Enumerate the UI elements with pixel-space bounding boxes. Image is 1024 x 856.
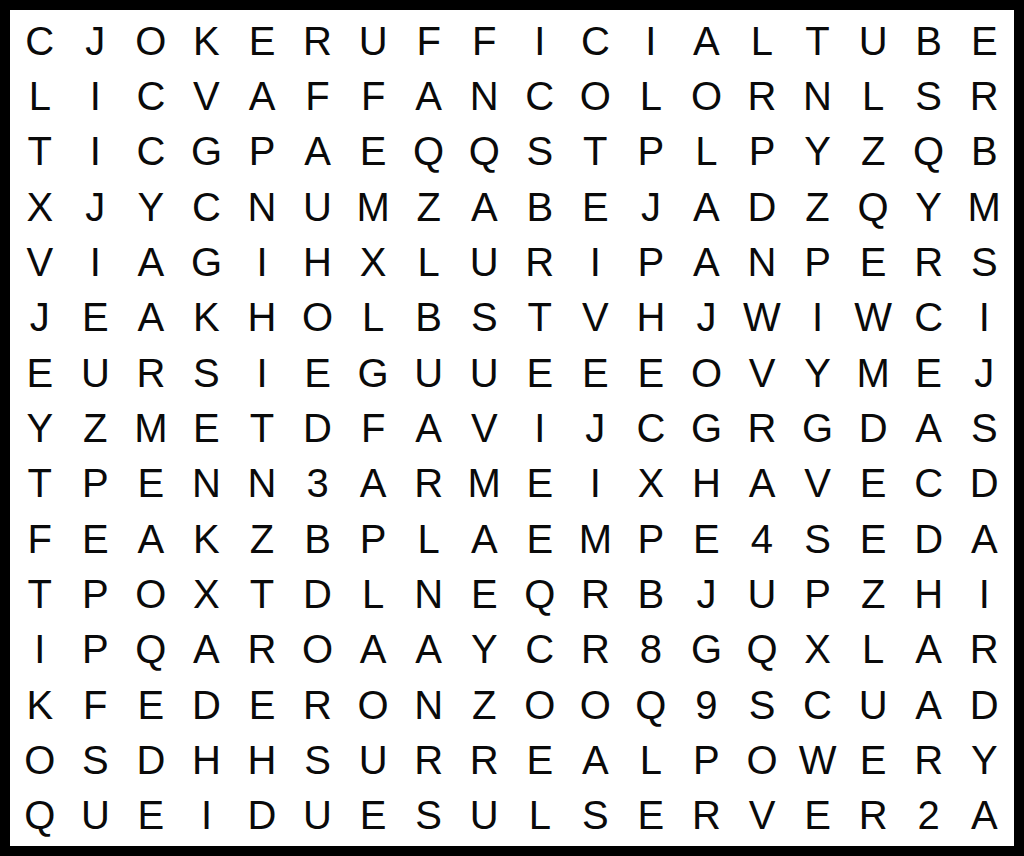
grid-cell[interactable]: J <box>679 566 735 621</box>
grid-cell[interactable]: P <box>623 511 679 566</box>
grid-cell[interactable]: Q <box>456 124 512 179</box>
grid-cell[interactable]: J <box>568 400 624 455</box>
grid-cell[interactable]: S <box>512 124 568 179</box>
grid-cell[interactable]: R <box>290 13 346 68</box>
grid-cell[interactable]: E <box>456 566 512 621</box>
grid-cell[interactable]: L <box>623 732 679 787</box>
grid-cell[interactable]: I <box>68 124 124 179</box>
grid-cell[interactable]: D <box>290 566 346 621</box>
grid-cell[interactable]: G <box>345 345 401 400</box>
grid-cell[interactable]: A <box>123 234 179 289</box>
grid-cell[interactable]: D <box>845 400 901 455</box>
grid-cell[interactable]: O <box>290 290 346 345</box>
grid-cell[interactable]: S <box>179 345 235 400</box>
grid-cell[interactable]: E <box>179 400 235 455</box>
grid-cell[interactable]: S <box>901 68 957 123</box>
grid-cell[interactable]: G <box>679 400 735 455</box>
grid-cell[interactable]: L <box>345 290 401 345</box>
grid-cell[interactable]: V <box>790 456 846 511</box>
grid-cell[interactable]: J <box>956 345 1012 400</box>
grid-cell[interactable]: P <box>234 124 290 179</box>
grid-cell[interactable]: L <box>679 124 735 179</box>
grid-cell[interactable]: A <box>401 68 457 123</box>
grid-cell[interactable]: E <box>123 677 179 732</box>
grid-cell[interactable]: S <box>956 400 1012 455</box>
grid-cell[interactable]: S <box>956 234 1012 289</box>
grid-cell[interactable]: E <box>679 511 735 566</box>
grid-cell[interactable]: R <box>123 345 179 400</box>
grid-cell[interactable]: I <box>12 622 68 677</box>
grid-cell[interactable]: R <box>401 456 457 511</box>
grid-cell[interactable]: R <box>901 234 957 289</box>
grid-cell[interactable]: A <box>679 179 735 234</box>
grid-cell[interactable]: C <box>901 456 957 511</box>
grid-cell[interactable]: I <box>68 68 124 123</box>
grid-cell[interactable]: I <box>956 566 1012 621</box>
grid-cell[interactable]: E <box>568 179 624 234</box>
grid-cell[interactable]: C <box>12 13 68 68</box>
grid-cell[interactable]: Z <box>234 511 290 566</box>
grid-cell[interactable]: O <box>123 566 179 621</box>
grid-cell[interactable]: I <box>568 234 624 289</box>
grid-cell[interactable]: U <box>845 677 901 732</box>
grid-cell[interactable]: D <box>956 677 1012 732</box>
grid-cell[interactable]: 4 <box>734 511 790 566</box>
grid-cell[interactable]: E <box>845 234 901 289</box>
grid-cell[interactable]: H <box>234 290 290 345</box>
grid-cell[interactable]: A <box>679 13 735 68</box>
grid-cell[interactable]: P <box>734 124 790 179</box>
grid-cell[interactable]: A <box>956 788 1012 843</box>
grid-cell[interactable]: O <box>568 677 624 732</box>
grid-cell[interactable]: S <box>68 732 124 787</box>
grid-cell[interactable]: U <box>345 13 401 68</box>
grid-cell[interactable]: R <box>679 788 735 843</box>
grid-cell[interactable]: Y <box>12 400 68 455</box>
grid-cell[interactable]: U <box>456 345 512 400</box>
grid-cell[interactable]: C <box>790 677 846 732</box>
grid-cell[interactable]: A <box>401 622 457 677</box>
grid-cell[interactable]: Q <box>901 124 957 179</box>
grid-cell[interactable]: X <box>345 234 401 289</box>
grid-cell[interactable]: O <box>568 68 624 123</box>
grid-cell[interactable]: G <box>679 622 735 677</box>
grid-cell[interactable]: D <box>901 511 957 566</box>
grid-cell[interactable]: X <box>179 566 235 621</box>
grid-cell[interactable]: L <box>401 511 457 566</box>
grid-cell[interactable]: A <box>956 511 1012 566</box>
grid-cell[interactable]: N <box>179 456 235 511</box>
grid-cell[interactable]: O <box>123 13 179 68</box>
grid-cell[interactable]: P <box>68 456 124 511</box>
grid-cell[interactable]: P <box>623 234 679 289</box>
grid-cell[interactable]: L <box>12 68 68 123</box>
grid-cell[interactable]: O <box>512 677 568 732</box>
grid-cell[interactable]: R <box>234 622 290 677</box>
grid-cell[interactable]: P <box>68 566 124 621</box>
grid-cell[interactable]: B <box>401 290 457 345</box>
grid-cell[interactable]: P <box>679 732 735 787</box>
grid-cell[interactable]: V <box>734 345 790 400</box>
grid-cell[interactable]: R <box>456 732 512 787</box>
grid-cell[interactable]: T <box>512 290 568 345</box>
grid-cell[interactable]: B <box>623 566 679 621</box>
grid-cell[interactable]: H <box>290 234 346 289</box>
grid-cell[interactable]: U <box>456 788 512 843</box>
grid-cell[interactable]: L <box>345 566 401 621</box>
grid-cell[interactable]: Q <box>12 788 68 843</box>
grid-cell[interactable]: R <box>956 68 1012 123</box>
grid-cell[interactable]: S <box>734 677 790 732</box>
grid-cell[interactable]: E <box>512 456 568 511</box>
grid-cell[interactable]: S <box>290 732 346 787</box>
grid-cell[interactable]: R <box>901 732 957 787</box>
grid-cell[interactable]: P <box>790 234 846 289</box>
grid-cell[interactable]: T <box>790 13 846 68</box>
grid-cell[interactable]: N <box>456 68 512 123</box>
grid-cell[interactable]: E <box>623 345 679 400</box>
grid-cell[interactable]: B <box>956 124 1012 179</box>
grid-cell[interactable]: J <box>68 179 124 234</box>
grid-cell[interactable]: J <box>68 13 124 68</box>
grid-cell[interactable]: A <box>456 511 512 566</box>
grid-cell[interactable]: O <box>345 677 401 732</box>
grid-cell[interactable]: A <box>901 677 957 732</box>
grid-cell[interactable]: W <box>734 290 790 345</box>
grid-cell[interactable]: E <box>68 290 124 345</box>
grid-cell[interactable]: U <box>68 788 124 843</box>
grid-cell[interactable]: E <box>234 13 290 68</box>
grid-cell[interactable]: Z <box>845 566 901 621</box>
grid-cell[interactable]: R <box>956 622 1012 677</box>
grid-cell[interactable]: C <box>179 179 235 234</box>
grid-cell[interactable]: E <box>512 732 568 787</box>
grid-cell[interactable]: H <box>623 290 679 345</box>
grid-cell[interactable]: C <box>512 68 568 123</box>
grid-cell[interactable]: U <box>456 234 512 289</box>
grid-cell[interactable]: J <box>623 179 679 234</box>
grid-cell[interactable]: M <box>123 400 179 455</box>
grid-cell[interactable]: M <box>568 511 624 566</box>
grid-cell[interactable]: S <box>401 788 457 843</box>
grid-cell[interactable]: L <box>845 622 901 677</box>
grid-cell[interactable]: K <box>179 13 235 68</box>
grid-cell[interactable]: R <box>512 234 568 289</box>
grid-cell[interactable]: V <box>456 400 512 455</box>
grid-cell[interactable]: J <box>12 290 68 345</box>
grid-cell[interactable]: I <box>623 13 679 68</box>
grid-cell[interactable]: R <box>568 566 624 621</box>
grid-cell[interactable]: U <box>845 13 901 68</box>
grid-cell[interactable]: I <box>179 788 235 843</box>
grid-cell[interactable]: H <box>901 566 957 621</box>
grid-cell[interactable]: M <box>345 179 401 234</box>
grid-cell[interactable]: D <box>179 677 235 732</box>
grid-cell[interactable]: O <box>12 732 68 787</box>
grid-cell[interactable]: B <box>290 511 346 566</box>
grid-cell[interactable]: L <box>734 13 790 68</box>
grid-cell[interactable]: O <box>679 68 735 123</box>
grid-cell[interactable]: F <box>12 511 68 566</box>
grid-cell[interactable]: G <box>179 124 235 179</box>
grid-cell[interactable]: Q <box>734 622 790 677</box>
grid-cell[interactable]: F <box>68 677 124 732</box>
grid-cell[interactable]: D <box>123 732 179 787</box>
grid-cell[interactable]: E <box>234 677 290 732</box>
grid-cell[interactable]: Q <box>512 566 568 621</box>
grid-cell[interactable]: N <box>790 68 846 123</box>
grid-cell[interactable]: U <box>345 732 401 787</box>
grid-cell[interactable]: Z <box>68 400 124 455</box>
grid-cell[interactable]: S <box>568 788 624 843</box>
grid-cell[interactable]: C <box>623 400 679 455</box>
grid-cell[interactable]: R <box>845 788 901 843</box>
grid-cell[interactable]: T <box>234 400 290 455</box>
grid-cell[interactable]: U <box>290 179 346 234</box>
grid-cell[interactable]: L <box>623 68 679 123</box>
grid-cell[interactable]: I <box>790 290 846 345</box>
grid-cell[interactable]: J <box>679 290 735 345</box>
grid-cell[interactable]: 9 <box>679 677 735 732</box>
grid-cell[interactable]: Q <box>123 622 179 677</box>
grid-cell[interactable]: F <box>345 68 401 123</box>
grid-cell[interactable]: P <box>790 566 846 621</box>
grid-cell[interactable]: W <box>845 290 901 345</box>
grid-cell[interactable]: B <box>901 13 957 68</box>
grid-cell[interactable]: Y <box>956 732 1012 787</box>
grid-cell[interactable]: F <box>401 13 457 68</box>
grid-cell[interactable]: Y <box>123 179 179 234</box>
grid-cell[interactable]: E <box>345 788 401 843</box>
grid-cell[interactable]: K <box>179 511 235 566</box>
grid-cell[interactable]: M <box>845 345 901 400</box>
grid-cell[interactable]: I <box>68 234 124 289</box>
grid-cell[interactable]: S <box>790 511 846 566</box>
grid-cell[interactable]: U <box>401 345 457 400</box>
grid-cell[interactable]: E <box>901 345 957 400</box>
grid-cell[interactable]: R <box>568 622 624 677</box>
grid-cell[interactable]: A <box>123 290 179 345</box>
grid-cell[interactable]: R <box>290 677 346 732</box>
grid-cell[interactable]: E <box>345 124 401 179</box>
grid-cell[interactable]: E <box>68 511 124 566</box>
grid-cell[interactable]: I <box>568 456 624 511</box>
grid-cell[interactable]: C <box>123 124 179 179</box>
word-search-board: CJOKERUFFICIALTUBELICVAFFANCOLORNLSRTICG… <box>0 0 1024 856</box>
grid-cell[interactable]: O <box>734 732 790 787</box>
grid-cell[interactable]: T <box>12 124 68 179</box>
grid-cell[interactable]: Q <box>845 179 901 234</box>
grid-cell[interactable]: Z <box>790 179 846 234</box>
grid-cell[interactable]: D <box>734 179 790 234</box>
grid-cell[interactable]: N <box>234 179 290 234</box>
grid-cell[interactable]: Q <box>401 124 457 179</box>
grid-cell[interactable]: N <box>401 566 457 621</box>
grid-cell[interactable]: Y <box>901 179 957 234</box>
grid-cell[interactable]: U <box>734 566 790 621</box>
grid-cell[interactable]: L <box>512 788 568 843</box>
grid-cell[interactable]: E <box>290 345 346 400</box>
grid-cell[interactable]: V <box>12 234 68 289</box>
grid-cell[interactable]: A <box>679 234 735 289</box>
grid-cell[interactable]: M <box>956 179 1012 234</box>
grid-cell[interactable]: C <box>901 290 957 345</box>
grid-cell[interactable]: A <box>234 68 290 123</box>
grid-cell[interactable]: E <box>845 511 901 566</box>
grid-cell[interactable]: R <box>734 68 790 123</box>
grid-cell[interactable]: C <box>123 68 179 123</box>
grid-cell[interactable]: S <box>456 290 512 345</box>
grid-cell[interactable]: O <box>679 345 735 400</box>
grid-cell[interactable]: E <box>845 456 901 511</box>
grid-cell[interactable]: F <box>345 400 401 455</box>
grid-cell[interactable]: X <box>12 179 68 234</box>
grid-cell[interactable]: P <box>623 124 679 179</box>
grid-cell[interactable]: 2 <box>901 788 957 843</box>
grid-cell[interactable]: Y <box>790 345 846 400</box>
grid-cell[interactable]: E <box>623 788 679 843</box>
grid-cell[interactable]: E <box>512 345 568 400</box>
grid-cell[interactable]: E <box>123 788 179 843</box>
grid-cell[interactable]: A <box>345 622 401 677</box>
grid-cell[interactable]: R <box>401 732 457 787</box>
grid-cell[interactable]: A <box>901 622 957 677</box>
grid-cell[interactable]: Z <box>845 124 901 179</box>
grid-cell[interactable]: L <box>845 68 901 123</box>
grid-cell[interactable]: V <box>568 290 624 345</box>
grid-cell[interactable]: M <box>456 456 512 511</box>
grid-cell[interactable]: G <box>179 234 235 289</box>
grid-cell[interactable]: A <box>290 124 346 179</box>
grid-cell[interactable]: A <box>456 179 512 234</box>
grid-cell[interactable]: Y <box>456 622 512 677</box>
grid-cell[interactable]: H <box>679 456 735 511</box>
grid-cell[interactable]: U <box>68 345 124 400</box>
grid-cell[interactable]: E <box>790 788 846 843</box>
grid-cell[interactable]: K <box>179 290 235 345</box>
grid-cell[interactable]: D <box>234 788 290 843</box>
grid-cell[interactable]: Q <box>623 677 679 732</box>
grid-cell[interactable]: T <box>12 456 68 511</box>
grid-cell[interactable]: N <box>734 234 790 289</box>
grid-cell[interactable]: E <box>12 345 68 400</box>
grid-cell[interactable]: D <box>290 400 346 455</box>
grid-cell[interactable]: O <box>290 622 346 677</box>
grid-cell[interactable]: E <box>123 456 179 511</box>
grid-cell[interactable]: E <box>512 511 568 566</box>
grid-cell[interactable]: A <box>123 511 179 566</box>
grid-cell[interactable]: H <box>179 732 235 787</box>
grid-cell[interactable]: A <box>179 622 235 677</box>
grid-cell[interactable]: H <box>234 732 290 787</box>
grid-cell[interactable]: T <box>568 124 624 179</box>
grid-cell[interactable]: P <box>68 622 124 677</box>
grid-cell[interactable]: V <box>734 788 790 843</box>
grid-cell[interactable]: I <box>512 400 568 455</box>
grid-cell[interactable]: I <box>956 290 1012 345</box>
grid-cell[interactable]: V <box>179 68 235 123</box>
grid-cell[interactable]: F <box>456 13 512 68</box>
grid-cell[interactable]: A <box>901 400 957 455</box>
grid-cell[interactable]: N <box>401 677 457 732</box>
grid-cell[interactable]: F <box>290 68 346 123</box>
grid-cell[interactable]: I <box>234 234 290 289</box>
grid-cell[interactable]: B <box>512 179 568 234</box>
grid-cell[interactable]: E <box>956 13 1012 68</box>
grid-cell[interactable]: 8 <box>623 622 679 677</box>
grid-cell[interactable]: Y <box>790 124 846 179</box>
grid-cell[interactable]: C <box>512 622 568 677</box>
grid-cell[interactable]: I <box>234 345 290 400</box>
grid-cell[interactable]: X <box>623 456 679 511</box>
grid-cell[interactable]: I <box>512 13 568 68</box>
grid-cell[interactable]: E <box>568 345 624 400</box>
grid-cell[interactable]: G <box>790 400 846 455</box>
grid-cell[interactable]: K <box>12 677 68 732</box>
grid-cell[interactable]: Z <box>456 677 512 732</box>
grid-cell[interactable]: A <box>401 400 457 455</box>
grid-cell[interactable]: X <box>790 622 846 677</box>
grid-cell[interactable]: T <box>234 566 290 621</box>
grid-cell[interactable]: U <box>290 788 346 843</box>
grid-cell[interactable]: N <box>234 456 290 511</box>
grid-cell[interactable]: A <box>568 732 624 787</box>
grid-cell[interactable]: W <box>790 732 846 787</box>
grid-cell[interactable]: D <box>956 456 1012 511</box>
grid-cell[interactable]: P <box>345 511 401 566</box>
grid-cell[interactable]: 3 <box>290 456 346 511</box>
grid-cell[interactable]: R <box>734 400 790 455</box>
grid-cell[interactable]: C <box>568 13 624 68</box>
grid-cell[interactable]: A <box>345 456 401 511</box>
grid-cell[interactable]: T <box>12 566 68 621</box>
grid-cell[interactable]: A <box>734 456 790 511</box>
grid-cell[interactable]: L <box>401 234 457 289</box>
grid-cell[interactable]: Z <box>401 179 457 234</box>
grid-cell[interactable]: E <box>845 732 901 787</box>
